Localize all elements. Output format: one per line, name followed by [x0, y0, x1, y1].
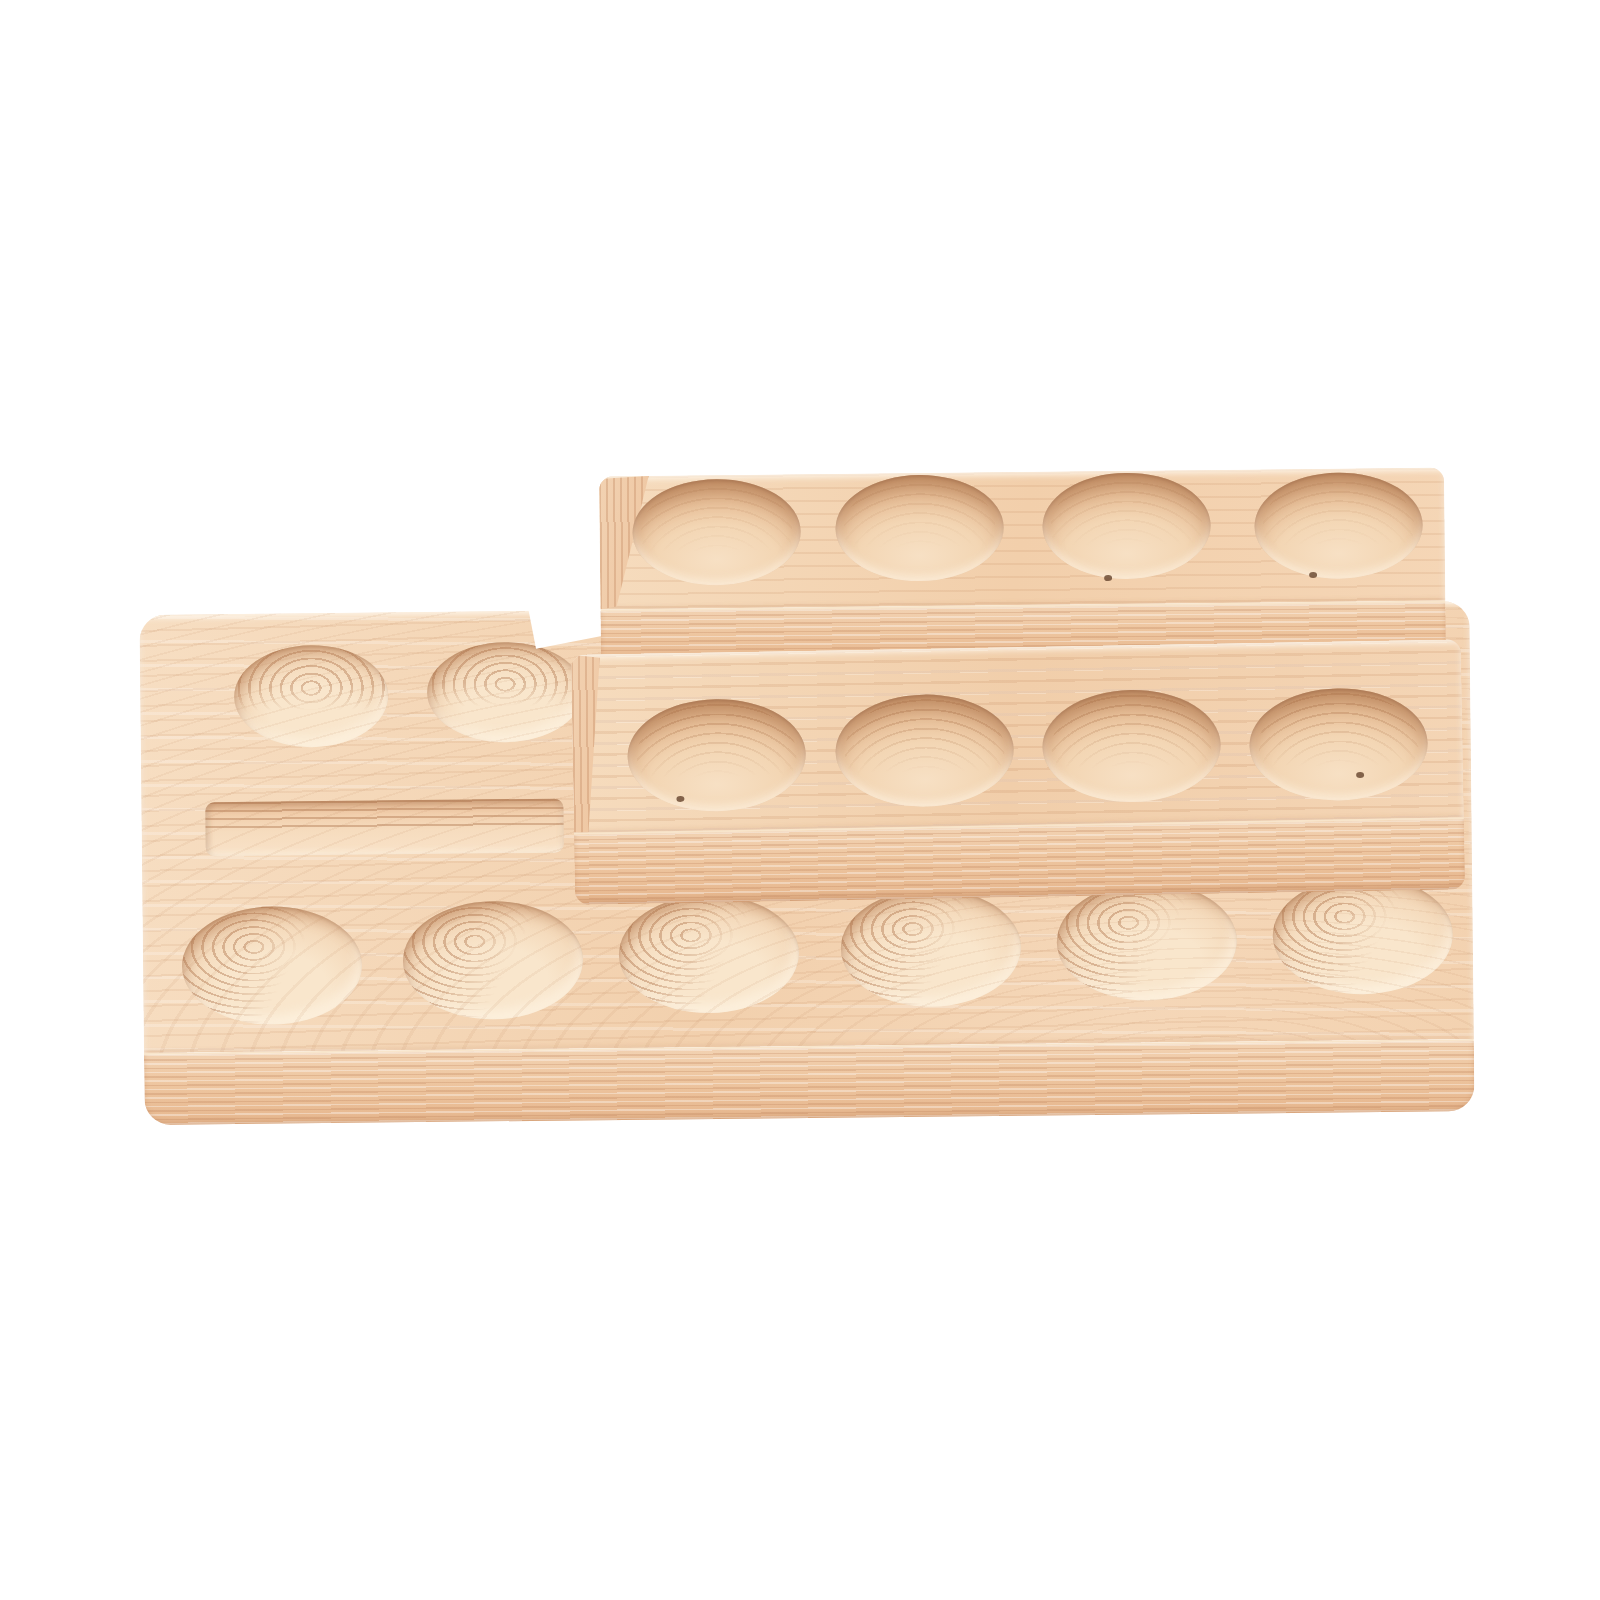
base-board-front-edge	[144, 1039, 1475, 1125]
base-front-pit-3	[618, 894, 799, 1014]
middle-tier-pit-2	[835, 693, 1015, 808]
base-front-pit-5	[1056, 882, 1237, 1002]
top-tier-top-surface	[599, 468, 1445, 610]
top-tier-pit-2	[835, 474, 1004, 582]
base-back-pit-2	[427, 641, 584, 743]
middle-tier-top-surface	[571, 639, 1464, 833]
base-front-pit-6	[1272, 875, 1453, 995]
photo-stage	[0, 0, 1600, 1600]
top-tier-pit-3	[1042, 472, 1211, 580]
wood-knot	[1309, 572, 1317, 578]
top-tier-pit-1	[632, 478, 801, 586]
base-front-pit-1	[181, 906, 362, 1026]
base-back-pit-1	[234, 644, 389, 748]
base-front-pit-2	[402, 900, 583, 1020]
top-tier-block	[599, 468, 1446, 668]
top-tier-pit-4	[1254, 472, 1423, 580]
middle-tier-end-grain	[571, 654, 606, 833]
middle-tier-pit-1	[627, 698, 807, 813]
middle-tier-pit-3	[1042, 688, 1222, 803]
middle-tier-pit-4	[1249, 687, 1429, 802]
base-rectangular-slot	[205, 799, 564, 857]
wood-knot	[1104, 575, 1112, 581]
base-front-pit-4	[840, 888, 1021, 1008]
middle-tier-block	[571, 639, 1465, 904]
